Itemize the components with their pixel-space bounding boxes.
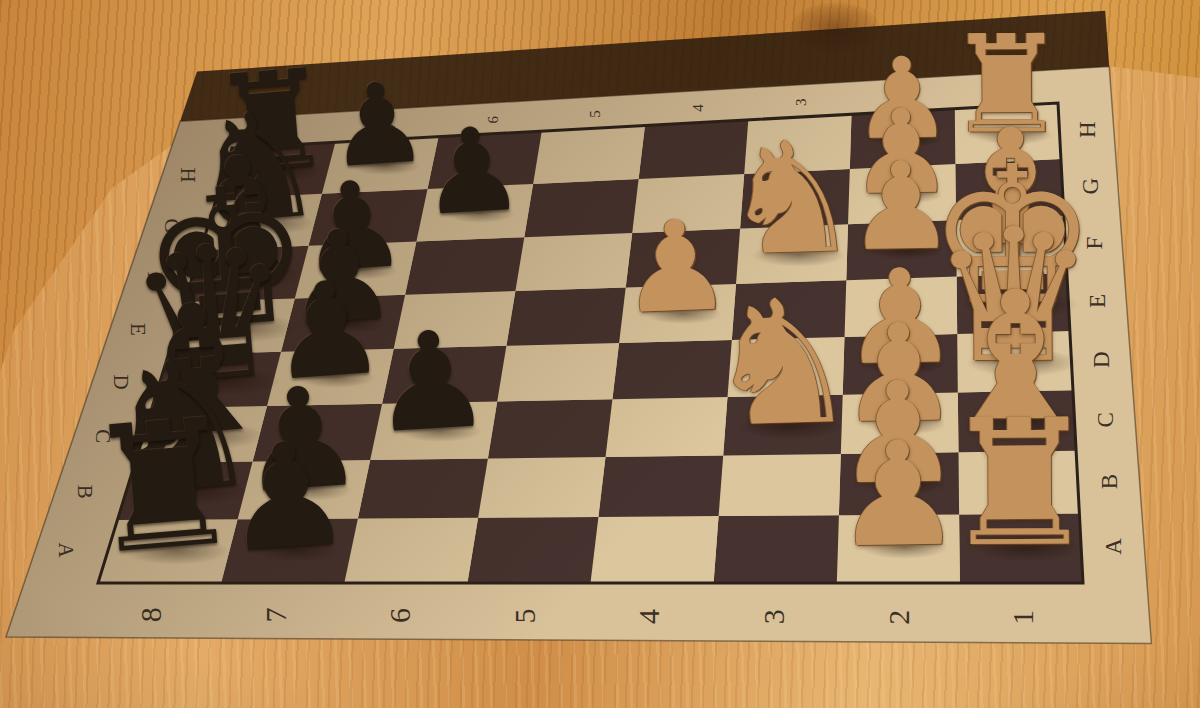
pieces-layer: ♜♟♟♜♟♟♞♝♟♞♟♝♚♟♟♚♛♟♟♛♝♟♞♟♝♟♟♞♜♟♟♜ bbox=[0, 0, 1200, 708]
piece-black-rook-a8: ♜ bbox=[79, 394, 249, 580]
piece-white-rook-a1: ♜ bbox=[942, 397, 1099, 572]
chessboard-photo-scene: 8877665544332211AABBCCDDEEFFGGHH ♜♟♟♜♟♟♞… bbox=[0, 0, 1200, 708]
piece-white-pawn-a2: ♟ bbox=[832, 422, 963, 568]
piece-black-pawn-g6: ♟ bbox=[417, 110, 528, 232]
piece-black-pawn-c6: ♟ bbox=[367, 312, 496, 454]
